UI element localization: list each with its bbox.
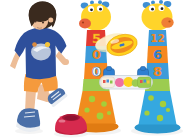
panel-mark	[144, 80, 147, 83]
block-right-1-label: 12	[150, 32, 165, 44]
graphic-dot-orange	[32, 42, 37, 47]
product-photo: 5 0 0	[0, 0, 189, 140]
block-right-3-label: 8	[153, 64, 162, 79]
boy-planted-sneaker	[16, 108, 40, 132]
giraffe-tower-left: 5 0 0	[74, 0, 119, 132]
boy-head	[29, 1, 57, 30]
giraffe-nostril-right	[168, 20, 170, 22]
tee-highlight	[59, 119, 66, 122]
boy-hand	[63, 59, 69, 65]
rattle-ball-pink	[115, 78, 124, 87]
giraffe-muzzle-right	[161, 17, 173, 27]
boy-eye-left	[34, 20, 36, 22]
panel-mark	[107, 80, 110, 83]
boy-ear	[48, 18, 53, 23]
panel-mark	[147, 81, 150, 84]
giraffe-muzzle-left	[79, 19, 91, 29]
giraffe-nostril-left	[82, 21, 84, 23]
block-right-2-label: 6	[153, 47, 162, 62]
block-left-3-label: 0	[92, 64, 101, 79]
graphic-dot-yellow	[45, 42, 50, 47]
crossbar	[100, 67, 153, 90]
boy-eye-right	[42, 21, 44, 23]
panel-mark	[110, 81, 113, 84]
scene-canvas: 5 0 0	[0, 0, 189, 140]
panel-mark	[103, 80, 106, 83]
panel-mark	[140, 80, 143, 83]
tshirt-graphic	[31, 42, 51, 61]
boy	[10, 1, 69, 132]
tee-opening-inner	[64, 116, 78, 121]
